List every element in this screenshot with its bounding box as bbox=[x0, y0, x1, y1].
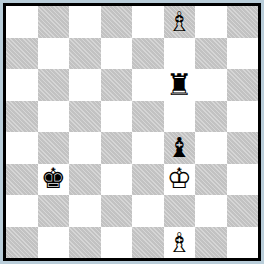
square-a8[interactable] bbox=[6, 6, 38, 38]
square-a6[interactable] bbox=[6, 69, 38, 101]
square-g6[interactable] bbox=[195, 69, 227, 101]
white-bishop[interactable]: ♗ bbox=[167, 229, 191, 256]
white-bishop[interactable]: ♗ bbox=[167, 8, 191, 35]
square-b4[interactable] bbox=[38, 132, 70, 164]
square-c2[interactable] bbox=[69, 195, 101, 227]
square-h2[interactable] bbox=[227, 195, 259, 227]
square-a1[interactable] bbox=[6, 227, 38, 259]
square-h4[interactable] bbox=[227, 132, 259, 164]
square-f7[interactable] bbox=[164, 38, 196, 70]
square-d4[interactable] bbox=[101, 132, 133, 164]
square-c6[interactable] bbox=[69, 69, 101, 101]
board-frame: ♗♜♝♚♔♗ bbox=[0, 0, 264, 264]
square-b5[interactable] bbox=[38, 101, 70, 133]
square-h7[interactable] bbox=[227, 38, 259, 70]
black-bishop[interactable]: ♝ bbox=[167, 134, 191, 161]
square-f1[interactable]: ♗ bbox=[164, 227, 196, 259]
square-g5[interactable] bbox=[195, 101, 227, 133]
board-border: ♗♜♝♚♔♗ bbox=[3, 3, 261, 261]
square-a4[interactable] bbox=[6, 132, 38, 164]
square-e5[interactable] bbox=[132, 101, 164, 133]
square-f2[interactable] bbox=[164, 195, 196, 227]
square-g7[interactable] bbox=[195, 38, 227, 70]
square-g1[interactable] bbox=[195, 227, 227, 259]
square-g3[interactable] bbox=[195, 164, 227, 196]
square-d5[interactable] bbox=[101, 101, 133, 133]
square-b2[interactable] bbox=[38, 195, 70, 227]
square-g2[interactable] bbox=[195, 195, 227, 227]
square-a5[interactable] bbox=[6, 101, 38, 133]
square-b1[interactable] bbox=[38, 227, 70, 259]
black-king[interactable]: ♚ bbox=[41, 165, 66, 193]
square-f3[interactable]: ♔ bbox=[164, 164, 196, 196]
square-a2[interactable] bbox=[6, 195, 38, 227]
square-e3[interactable] bbox=[132, 164, 164, 196]
chess-board: ♗♜♝♚♔♗ bbox=[6, 6, 258, 258]
white-king[interactable]: ♔ bbox=[167, 165, 192, 193]
square-g4[interactable] bbox=[195, 132, 227, 164]
square-c3[interactable] bbox=[69, 164, 101, 196]
square-g8[interactable] bbox=[195, 6, 227, 38]
square-d7[interactable] bbox=[101, 38, 133, 70]
square-h5[interactable] bbox=[227, 101, 259, 133]
square-c1[interactable] bbox=[69, 227, 101, 259]
square-h3[interactable] bbox=[227, 164, 259, 196]
square-c4[interactable] bbox=[69, 132, 101, 164]
square-e6[interactable] bbox=[132, 69, 164, 101]
black-rook[interactable]: ♜ bbox=[166, 70, 193, 100]
square-d2[interactable] bbox=[101, 195, 133, 227]
square-e4[interactable] bbox=[132, 132, 164, 164]
square-c7[interactable] bbox=[69, 38, 101, 70]
square-f6[interactable]: ♜ bbox=[164, 69, 196, 101]
square-e2[interactable] bbox=[132, 195, 164, 227]
square-d6[interactable] bbox=[101, 69, 133, 101]
square-a7[interactable] bbox=[6, 38, 38, 70]
square-b3[interactable]: ♚ bbox=[38, 164, 70, 196]
square-h6[interactable] bbox=[227, 69, 259, 101]
square-f4[interactable]: ♝ bbox=[164, 132, 196, 164]
square-a3[interactable] bbox=[6, 164, 38, 196]
square-b6[interactable] bbox=[38, 69, 70, 101]
square-e1[interactable] bbox=[132, 227, 164, 259]
square-d3[interactable] bbox=[101, 164, 133, 196]
square-b8[interactable] bbox=[38, 6, 70, 38]
square-d1[interactable] bbox=[101, 227, 133, 259]
square-h1[interactable] bbox=[227, 227, 259, 259]
square-e8[interactable] bbox=[132, 6, 164, 38]
square-e7[interactable] bbox=[132, 38, 164, 70]
square-c8[interactable] bbox=[69, 6, 101, 38]
square-b7[interactable] bbox=[38, 38, 70, 70]
square-h8[interactable] bbox=[227, 6, 259, 38]
square-f8[interactable]: ♗ bbox=[164, 6, 196, 38]
square-d8[interactable] bbox=[101, 6, 133, 38]
square-f5[interactable] bbox=[164, 101, 196, 133]
square-c5[interactable] bbox=[69, 101, 101, 133]
